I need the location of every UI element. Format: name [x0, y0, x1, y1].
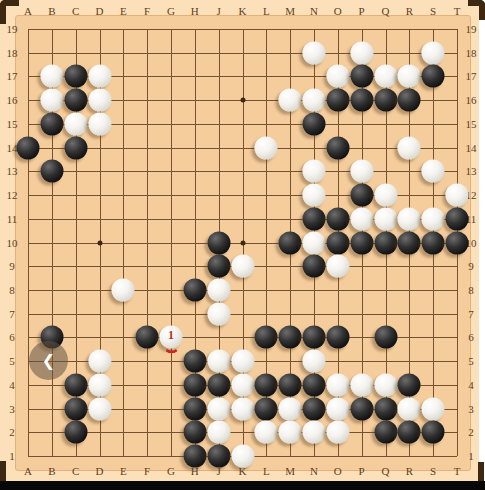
- stone-black: [64, 89, 87, 112]
- stone-white: [279, 397, 302, 420]
- coord-label: A: [24, 5, 32, 17]
- stone-white: [303, 41, 326, 64]
- stone-black: [374, 397, 397, 420]
- stone-black: [398, 373, 421, 396]
- coord-label: P: [359, 465, 365, 477]
- stone-black: [183, 373, 206, 396]
- coord-label: 13: [7, 165, 18, 177]
- stone-black: [207, 445, 230, 468]
- stone-black: [279, 326, 302, 349]
- app-screen: AABBCCDDEEFFGGHHJJKKLLMMNNOOPPQQRRSSTT19…: [0, 0, 485, 490]
- stone-white: [231, 373, 254, 396]
- chevron-left-icon: ❮: [42, 351, 55, 370]
- coord-label: 15: [466, 118, 477, 130]
- stone-white: [303, 160, 326, 183]
- stone-white: [303, 89, 326, 112]
- stone-white: [374, 373, 397, 396]
- board-frame: AABBCCDDEEFFGGHHJJKKLLMMNNOOPPQQRRSSTT19…: [0, 0, 479, 481]
- coord-label: S: [430, 5, 436, 17]
- stone-black: [183, 350, 206, 373]
- coord-label: J: [217, 5, 221, 17]
- stone-black: [64, 373, 87, 396]
- coord-label: 17: [7, 70, 18, 82]
- coord-label: 16: [7, 94, 18, 106]
- stone-white: [350, 41, 373, 64]
- coord-label: P: [359, 5, 365, 17]
- grid-line: [28, 290, 457, 291]
- stone-black: [303, 373, 326, 396]
- coord-label: 6: [9, 331, 15, 343]
- coord-label: H: [191, 5, 199, 17]
- stone-white: [231, 397, 254, 420]
- coord-label: K: [239, 5, 247, 17]
- stone-white: [422, 160, 445, 183]
- stone-black: [40, 160, 63, 183]
- stone-black: [136, 326, 159, 349]
- stone-white: [303, 231, 326, 254]
- stone-white: [350, 373, 373, 396]
- stone-white: [231, 350, 254, 373]
- stone-white: [303, 184, 326, 207]
- corner-ornament-top-left: [0, 0, 19, 24]
- coord-label: 3: [9, 403, 15, 415]
- coord-label: 3: [468, 403, 474, 415]
- coord-label: S: [430, 465, 436, 477]
- coord-label: M: [285, 5, 295, 17]
- stone-white: [374, 207, 397, 230]
- stone-white: [422, 207, 445, 230]
- coord-label: M: [285, 465, 295, 477]
- coord-label: 7: [9, 308, 15, 320]
- stone-black: [183, 421, 206, 444]
- stone-black: [303, 326, 326, 349]
- coord-label: T: [454, 5, 461, 17]
- coord-label: 17: [466, 70, 477, 82]
- stone-black: [17, 136, 40, 159]
- stone-black: [422, 65, 445, 88]
- stone-white: [374, 65, 397, 88]
- stone-black: [255, 326, 278, 349]
- coord-label: E: [120, 5, 127, 17]
- corner-ornament-top-right: [468, 0, 485, 20]
- stone-white: [398, 207, 421, 230]
- coord-label: F: [144, 5, 150, 17]
- coord-label: 11: [7, 213, 18, 225]
- coord-label: 19: [466, 23, 477, 35]
- coord-label: B: [48, 465, 55, 477]
- last-move-mark: [164, 340, 179, 353]
- coord-label: 4: [468, 379, 474, 391]
- stone-white: [88, 89, 111, 112]
- stone-white: [207, 397, 230, 420]
- coord-label: N: [310, 5, 318, 17]
- grid-line: [28, 314, 457, 315]
- stone-white: [207, 278, 230, 301]
- stone-black: [303, 207, 326, 230]
- coord-label: 5: [9, 355, 15, 367]
- stone-black: [326, 136, 349, 159]
- stone-black: [350, 231, 373, 254]
- coord-label: 15: [7, 118, 18, 130]
- coord-label: 13: [466, 165, 477, 177]
- stone-white: [255, 136, 278, 159]
- stone-white: [88, 350, 111, 373]
- stone-white: [326, 255, 349, 278]
- stone-black: [303, 112, 326, 135]
- coord-label: B: [48, 5, 55, 17]
- coord-label: 2: [468, 426, 474, 438]
- stone-black: [350, 397, 373, 420]
- stone-white: [398, 397, 421, 420]
- coord-label: 8: [9, 284, 15, 296]
- stone-white: [446, 184, 469, 207]
- stone-black: [398, 421, 421, 444]
- coord-label: G: [167, 5, 175, 17]
- stone-white: [350, 207, 373, 230]
- stone-white: [279, 421, 302, 444]
- coord-label: R: [406, 5, 413, 17]
- coord-label: 19: [7, 23, 18, 35]
- coord-label: 9: [468, 260, 474, 272]
- stone-white: [398, 136, 421, 159]
- coord-label: 6: [468, 331, 474, 343]
- coord-label: 9: [9, 260, 15, 272]
- stone-black: [374, 326, 397, 349]
- coord-label: G: [167, 465, 175, 477]
- previous-move-button[interactable]: ❮: [29, 341, 68, 380]
- stone-white: [279, 89, 302, 112]
- stone-white: [422, 397, 445, 420]
- coord-label: 18: [7, 47, 18, 59]
- stone-black: [255, 373, 278, 396]
- coord-label: E: [120, 465, 127, 477]
- coord-label: L: [263, 5, 270, 17]
- coord-label: Q: [382, 465, 390, 477]
- stone-black: [374, 421, 397, 444]
- stone-black: [303, 255, 326, 278]
- stone-white: [231, 255, 254, 278]
- stone-black: [279, 231, 302, 254]
- stone-white: [326, 397, 349, 420]
- coord-label: T: [454, 465, 461, 477]
- stone-white: [207, 421, 230, 444]
- stone-black: [326, 326, 349, 349]
- stone-black: [350, 89, 373, 112]
- coord-label: D: [96, 465, 104, 477]
- stone-black: [64, 136, 87, 159]
- coord-label: A: [24, 465, 32, 477]
- stone-white: [207, 350, 230, 373]
- star-point: [240, 240, 245, 245]
- coord-label: L: [263, 465, 270, 477]
- stone-white: [374, 184, 397, 207]
- coord-label: 10: [7, 237, 18, 249]
- stone-black: [279, 373, 302, 396]
- stone-white: [88, 112, 111, 135]
- coord-label: N: [310, 465, 318, 477]
- stone-white: [40, 89, 63, 112]
- stone-black: [326, 89, 349, 112]
- coord-label: 18: [466, 47, 477, 59]
- stone-white: [40, 65, 63, 88]
- stone-white: [255, 421, 278, 444]
- stone-black: [326, 207, 349, 230]
- coord-label: 1: [468, 450, 474, 462]
- coord-label: 8: [468, 284, 474, 296]
- stone-black: [422, 421, 445, 444]
- stone-white: [303, 350, 326, 373]
- stone-black: [303, 397, 326, 420]
- stone-black: [207, 231, 230, 254]
- coord-label: Q: [382, 5, 390, 17]
- stone-black: [255, 397, 278, 420]
- stone-black: [40, 112, 63, 135]
- star-point: [97, 240, 102, 245]
- stone-black: [183, 278, 206, 301]
- stone-black: [374, 231, 397, 254]
- stone-black: [64, 397, 87, 420]
- coord-label: 7: [468, 308, 474, 320]
- stone-black: [326, 231, 349, 254]
- coord-label: 4: [9, 379, 15, 391]
- stone-black: [398, 231, 421, 254]
- stone-white: [88, 373, 111, 396]
- stone-black: [64, 65, 87, 88]
- stone-white: [88, 397, 111, 420]
- stone-black: [398, 89, 421, 112]
- star-point: [240, 98, 245, 103]
- stone-white: [64, 112, 87, 135]
- coord-label: F: [144, 465, 150, 477]
- coord-label: 16: [466, 94, 477, 106]
- last-move-stone: 1: [160, 326, 183, 349]
- stone-black: [350, 65, 373, 88]
- coord-label: R: [406, 465, 413, 477]
- stone-white: [303, 421, 326, 444]
- stone-white: [231, 445, 254, 468]
- stone-white: [350, 160, 373, 183]
- stone-black: [207, 255, 230, 278]
- stone-white: [207, 302, 230, 325]
- stone-black: [374, 89, 397, 112]
- coord-label: O: [334, 465, 342, 477]
- bottom-edge-strip: [0, 481, 485, 490]
- coord-label: 5: [468, 355, 474, 367]
- stone-white: [326, 373, 349, 396]
- stone-black: [207, 373, 230, 396]
- coord-label: 2: [9, 426, 15, 438]
- stone-white: [326, 421, 349, 444]
- stone-white: [398, 65, 421, 88]
- stone-black: [64, 421, 87, 444]
- stone-black: [350, 184, 373, 207]
- stone-white: [112, 278, 135, 301]
- coord-label: C: [72, 465, 79, 477]
- stone-white: [422, 41, 445, 64]
- stone-black: [422, 231, 445, 254]
- stone-black: [183, 397, 206, 420]
- stone-white: [326, 65, 349, 88]
- coord-label: 14: [466, 142, 477, 154]
- stone-black: [446, 231, 469, 254]
- coord-label: O: [334, 5, 342, 17]
- coord-label: 12: [7, 189, 18, 201]
- stone-black: [446, 207, 469, 230]
- coord-label: C: [72, 5, 79, 17]
- stone-white: [88, 65, 111, 88]
- coord-label: D: [96, 5, 104, 17]
- stone-black: [183, 445, 206, 468]
